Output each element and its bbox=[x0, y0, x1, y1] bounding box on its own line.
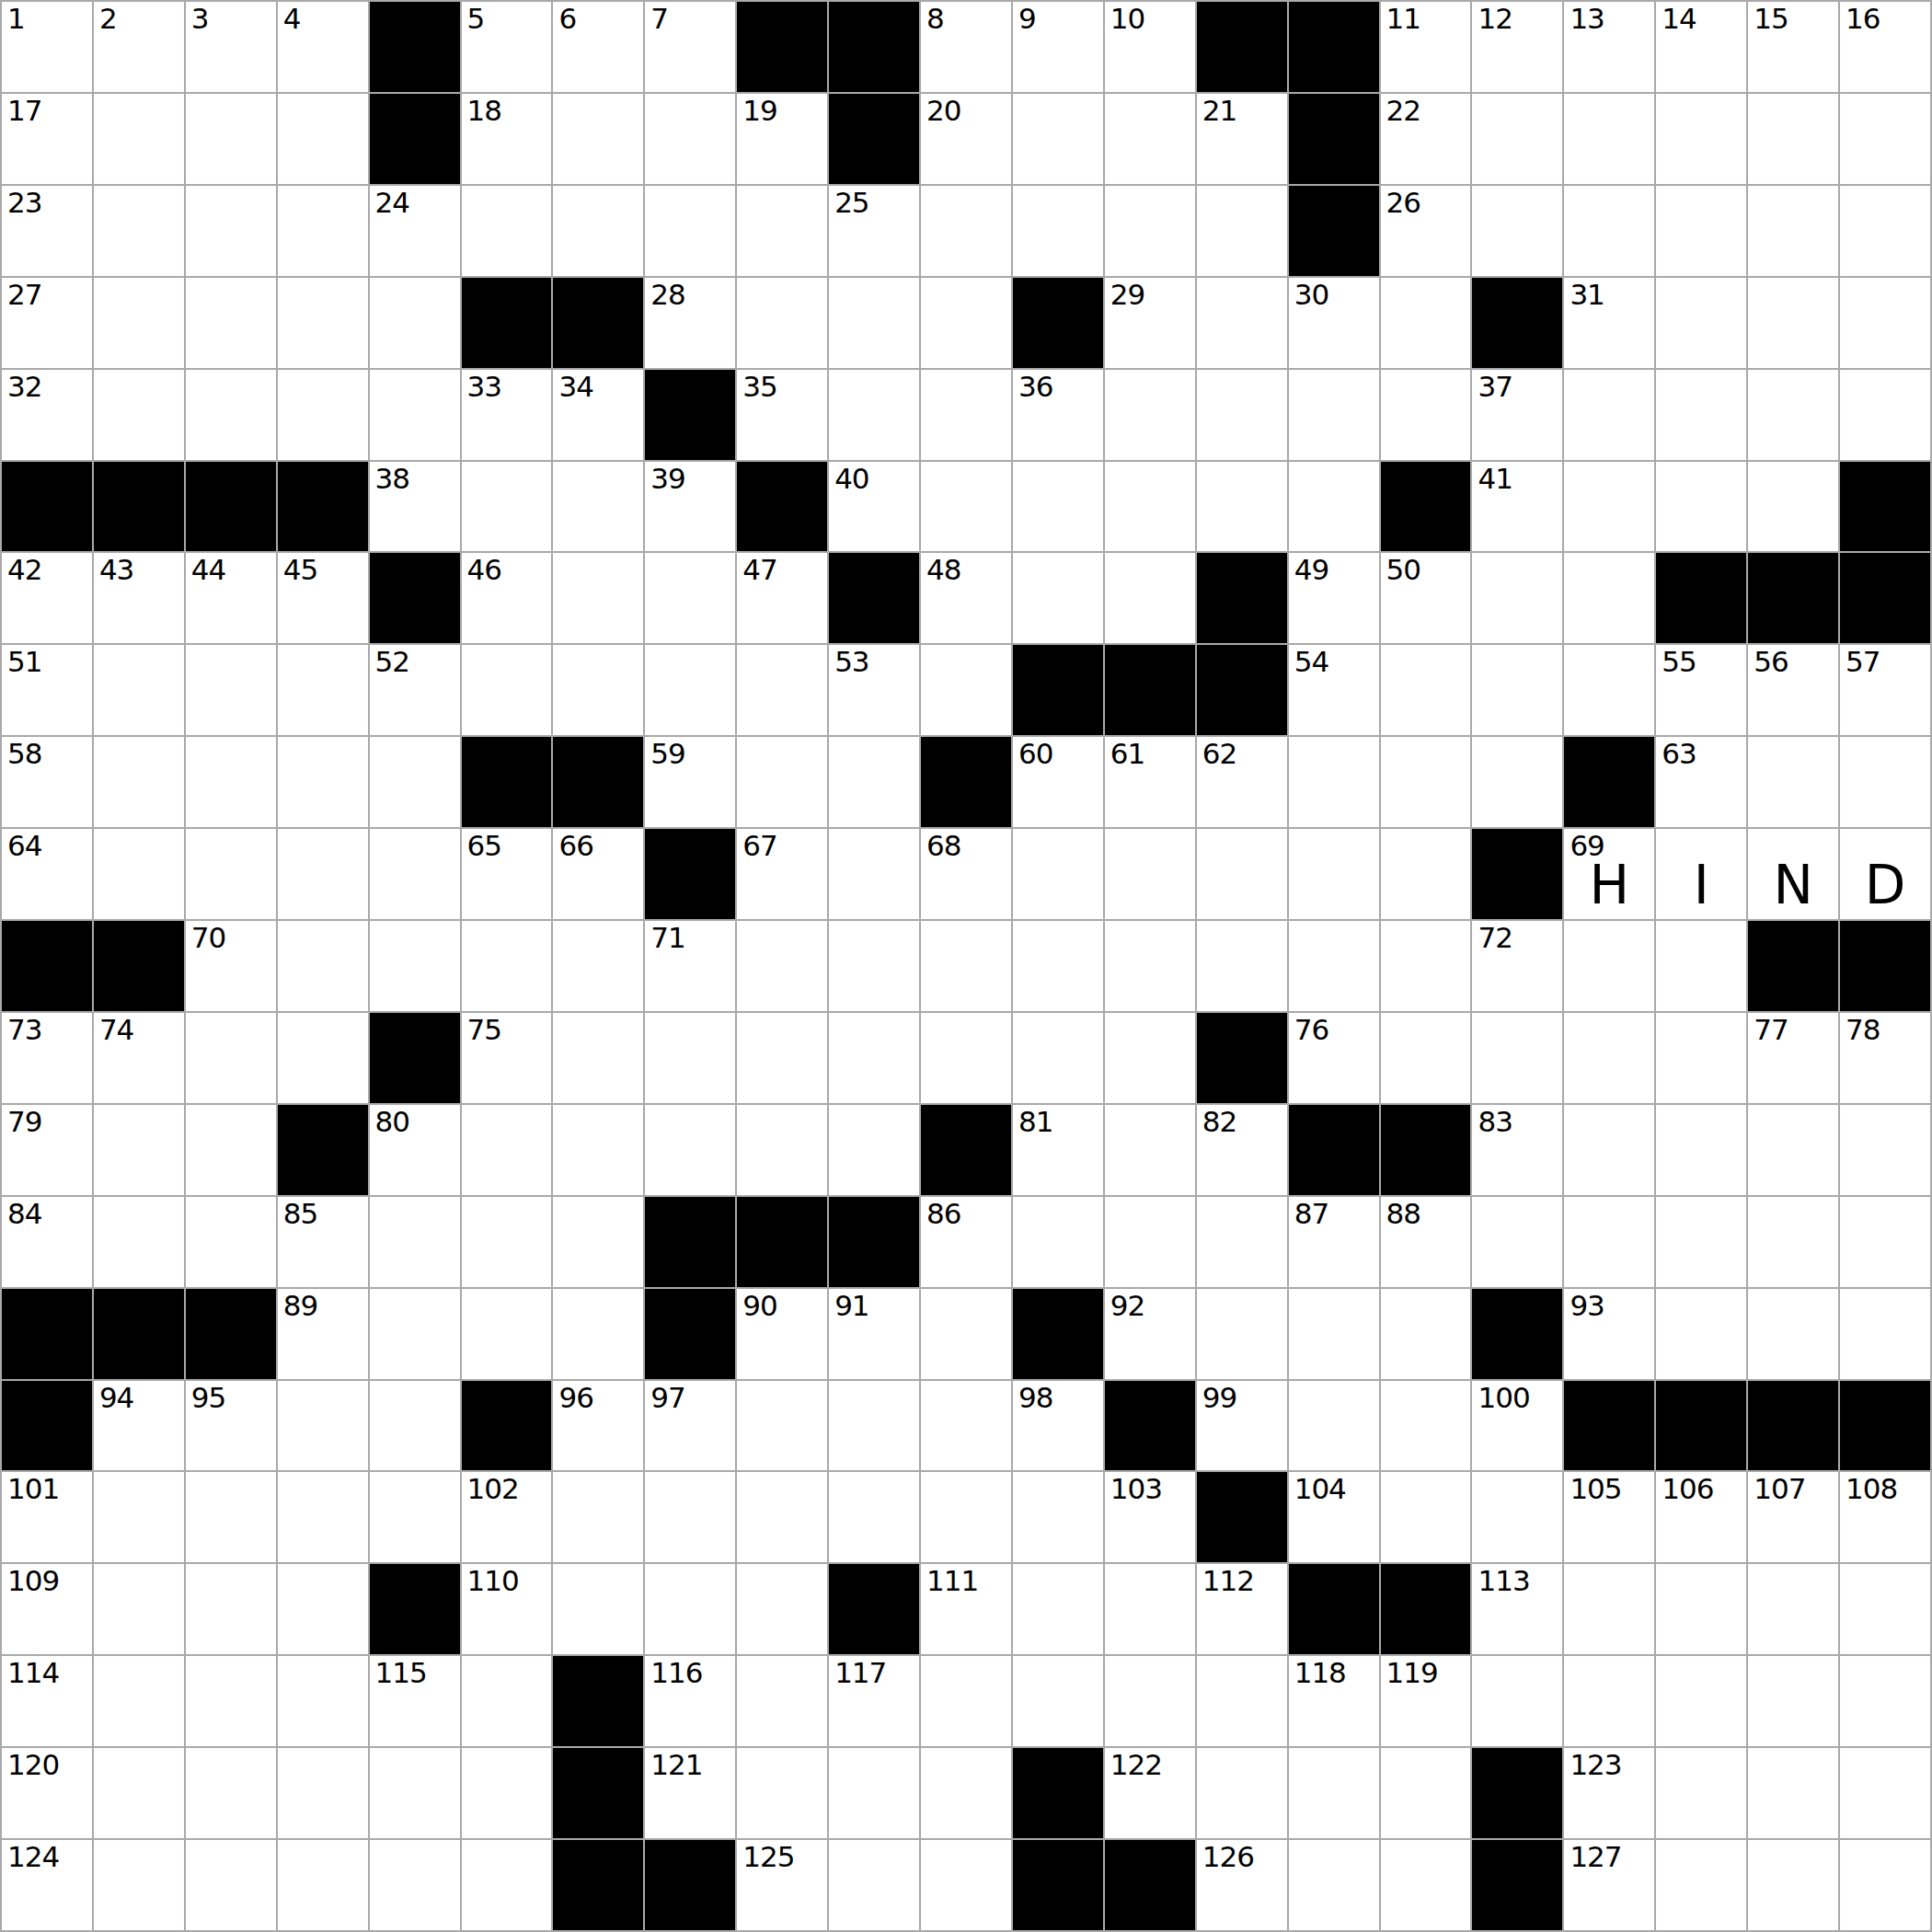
cell-r10c15[interactable] bbox=[1381, 921, 1471, 1011]
cell-r7c4[interactable]: 52 bbox=[370, 645, 460, 735]
cell-r9c14[interactable] bbox=[1289, 829, 1379, 919]
cell-r9c15[interactable] bbox=[1381, 829, 1471, 919]
cell-r12c17[interactable] bbox=[1564, 1105, 1654, 1195]
cell-r11c2[interactable] bbox=[186, 1013, 276, 1103]
cell-r14c12[interactable]: 92 bbox=[1105, 1289, 1195, 1379]
cell-r20c5[interactable] bbox=[462, 1840, 552, 1930]
cell-r8c13[interactable]: 62 bbox=[1197, 737, 1287, 827]
cell-r13c1[interactable] bbox=[94, 1197, 184, 1287]
cell-r14c8[interactable]: 90 bbox=[737, 1289, 827, 1379]
cell-r16c6[interactable] bbox=[553, 1472, 643, 1562]
cell-r5c16[interactable]: 41 bbox=[1472, 462, 1562, 552]
cell-r7c1[interactable] bbox=[94, 645, 184, 735]
cell-r5c14[interactable] bbox=[1289, 462, 1379, 552]
cell-r9c11[interactable] bbox=[1013, 829, 1103, 919]
cell-r2c5[interactable] bbox=[462, 186, 552, 276]
cell-r7c15[interactable] bbox=[1381, 645, 1471, 735]
cell-r15c10[interactable] bbox=[921, 1381, 1011, 1471]
cell-r15c15[interactable] bbox=[1381, 1381, 1471, 1471]
cell-r8c8[interactable] bbox=[737, 737, 827, 827]
cell-r10c12[interactable] bbox=[1105, 921, 1195, 1011]
cell-r3c15[interactable] bbox=[1381, 278, 1471, 368]
cell-r6c17[interactable] bbox=[1564, 553, 1654, 643]
cell-r11c5[interactable]: 75 bbox=[462, 1013, 552, 1103]
cell-r9c20[interactable]: D bbox=[1840, 829, 1930, 919]
cell-r11c6[interactable] bbox=[553, 1013, 643, 1103]
cell-r18c10[interactable] bbox=[921, 1656, 1011, 1746]
cell-r14c15[interactable] bbox=[1381, 1289, 1471, 1379]
cell-r18c18[interactable] bbox=[1656, 1656, 1746, 1746]
cell-r15c14[interactable] bbox=[1289, 1381, 1379, 1471]
cell-r13c17[interactable] bbox=[1564, 1197, 1654, 1287]
cell-r16c1[interactable] bbox=[94, 1472, 184, 1562]
cell-r4c14[interactable] bbox=[1289, 370, 1379, 460]
cell-r6c15[interactable]: 50 bbox=[1381, 553, 1471, 643]
cell-r19c13[interactable] bbox=[1197, 1748, 1287, 1838]
cell-r6c2[interactable]: 44 bbox=[186, 553, 276, 643]
cell-r17c3[interactable] bbox=[278, 1564, 368, 1654]
cell-r14c14[interactable] bbox=[1289, 1289, 1379, 1379]
cell-r17c18[interactable] bbox=[1656, 1564, 1746, 1654]
cell-r5c12[interactable] bbox=[1105, 462, 1195, 552]
cell-r0c5[interactable]: 5 bbox=[462, 2, 552, 92]
cell-r5c4[interactable]: 38 bbox=[370, 462, 460, 552]
cell-r19c3[interactable] bbox=[278, 1748, 368, 1838]
cell-r12c11[interactable]: 81 bbox=[1013, 1105, 1103, 1195]
cell-r20c15[interactable] bbox=[1381, 1840, 1471, 1930]
cell-r10c4[interactable] bbox=[370, 921, 460, 1011]
cell-r15c13[interactable]: 99 bbox=[1197, 1381, 1287, 1471]
cell-r7c10[interactable] bbox=[921, 645, 1011, 735]
cell-r13c19[interactable] bbox=[1748, 1197, 1838, 1287]
cell-r18c9[interactable]: 117 bbox=[829, 1656, 919, 1746]
cell-r2c3[interactable] bbox=[278, 186, 368, 276]
cell-r0c12[interactable]: 10 bbox=[1105, 2, 1195, 92]
cell-r12c0[interactable]: 79 bbox=[2, 1105, 92, 1195]
cell-r18c8[interactable] bbox=[737, 1656, 827, 1746]
cell-r20c10[interactable] bbox=[921, 1840, 1011, 1930]
cell-r8c0[interactable]: 58 bbox=[2, 737, 92, 827]
cell-r1c10[interactable]: 20 bbox=[921, 94, 1011, 184]
cell-r20c4[interactable] bbox=[370, 1840, 460, 1930]
cell-r17c1[interactable] bbox=[94, 1564, 184, 1654]
cell-r2c19[interactable] bbox=[1748, 186, 1838, 276]
cell-r20c0[interactable]: 124 bbox=[2, 1840, 92, 1930]
cell-r16c19[interactable]: 107 bbox=[1748, 1472, 1838, 1562]
cell-r16c0[interactable]: 101 bbox=[2, 1472, 92, 1562]
cell-r4c10[interactable] bbox=[921, 370, 1011, 460]
cell-r0c17[interactable]: 13 bbox=[1564, 2, 1654, 92]
cell-r4c5[interactable]: 33 bbox=[462, 370, 552, 460]
cell-r4c19[interactable] bbox=[1748, 370, 1838, 460]
cell-r11c16[interactable] bbox=[1472, 1013, 1562, 1103]
cell-r20c18[interactable] bbox=[1656, 1840, 1746, 1930]
cell-r3c0[interactable]: 27 bbox=[2, 278, 92, 368]
cell-r6c0[interactable]: 42 bbox=[2, 553, 92, 643]
cell-r1c16[interactable] bbox=[1472, 94, 1562, 184]
cell-r1c13[interactable]: 21 bbox=[1197, 94, 1287, 184]
cell-r7c18[interactable]: 55 bbox=[1656, 645, 1746, 735]
cell-r18c15[interactable]: 119 bbox=[1381, 1656, 1471, 1746]
cell-r13c5[interactable] bbox=[462, 1197, 552, 1287]
cell-r12c4[interactable]: 80 bbox=[370, 1105, 460, 1195]
cell-r17c8[interactable] bbox=[737, 1564, 827, 1654]
cell-r5c7[interactable]: 39 bbox=[645, 462, 735, 552]
cell-r9c2[interactable] bbox=[186, 829, 276, 919]
cell-r4c12[interactable] bbox=[1105, 370, 1195, 460]
cell-r10c11[interactable] bbox=[1013, 921, 1103, 1011]
cell-r0c1[interactable]: 2 bbox=[94, 2, 184, 92]
cell-r16c4[interactable] bbox=[370, 1472, 460, 1562]
cell-r4c9[interactable] bbox=[829, 370, 919, 460]
cell-r11c11[interactable] bbox=[1013, 1013, 1103, 1103]
cell-r4c6[interactable]: 34 bbox=[553, 370, 643, 460]
cell-r19c0[interactable]: 120 bbox=[2, 1748, 92, 1838]
cell-r10c8[interactable] bbox=[737, 921, 827, 1011]
cell-r13c18[interactable] bbox=[1656, 1197, 1746, 1287]
cell-r16c11[interactable] bbox=[1013, 1472, 1103, 1562]
cell-r2c17[interactable] bbox=[1564, 186, 1654, 276]
cell-r13c2[interactable] bbox=[186, 1197, 276, 1287]
cell-r20c9[interactable] bbox=[829, 1840, 919, 1930]
cell-r3c19[interactable] bbox=[1748, 278, 1838, 368]
cell-r19c20[interactable] bbox=[1840, 1748, 1930, 1838]
cell-r0c10[interactable]: 8 bbox=[921, 2, 1011, 92]
cell-r19c9[interactable] bbox=[829, 1748, 919, 1838]
cell-r16c7[interactable] bbox=[645, 1472, 735, 1562]
cell-r2c6[interactable] bbox=[553, 186, 643, 276]
cell-r4c17[interactable] bbox=[1564, 370, 1654, 460]
cell-r18c17[interactable] bbox=[1564, 1656, 1654, 1746]
cell-r2c4[interactable]: 24 bbox=[370, 186, 460, 276]
cell-r20c17[interactable]: 127 bbox=[1564, 1840, 1654, 1930]
cell-r1c2[interactable] bbox=[186, 94, 276, 184]
cell-r16c20[interactable]: 108 bbox=[1840, 1472, 1930, 1562]
cell-r9c13[interactable] bbox=[1197, 829, 1287, 919]
cell-r19c17[interactable]: 123 bbox=[1564, 1748, 1654, 1838]
cell-r11c12[interactable] bbox=[1105, 1013, 1195, 1103]
cell-r2c20[interactable] bbox=[1840, 186, 1930, 276]
cell-r8c11[interactable]: 60 bbox=[1013, 737, 1103, 827]
cell-r13c6[interactable] bbox=[553, 1197, 643, 1287]
cell-r12c1[interactable] bbox=[94, 1105, 184, 1195]
cell-r6c3[interactable]: 45 bbox=[278, 553, 368, 643]
cell-r5c13[interactable] bbox=[1197, 462, 1287, 552]
cell-r2c10[interactable] bbox=[921, 186, 1011, 276]
cell-r19c10[interactable] bbox=[921, 1748, 1011, 1838]
cell-r0c2[interactable]: 3 bbox=[186, 2, 276, 92]
cell-r20c2[interactable] bbox=[186, 1840, 276, 1930]
cell-r16c14[interactable]: 104 bbox=[1289, 1472, 1379, 1562]
cell-r11c18[interactable] bbox=[1656, 1013, 1746, 1103]
cell-r0c19[interactable]: 15 bbox=[1748, 2, 1838, 92]
cell-r16c18[interactable]: 106 bbox=[1656, 1472, 1746, 1562]
cell-r1c18[interactable] bbox=[1656, 94, 1746, 184]
cell-r20c3[interactable] bbox=[278, 1840, 368, 1930]
cell-r9c0[interactable]: 64 bbox=[2, 829, 92, 919]
cell-r2c16[interactable] bbox=[1472, 186, 1562, 276]
cell-r8c9[interactable] bbox=[829, 737, 919, 827]
cell-r12c19[interactable] bbox=[1748, 1105, 1838, 1195]
cell-r12c20[interactable] bbox=[1840, 1105, 1930, 1195]
cell-r8c14[interactable] bbox=[1289, 737, 1379, 827]
cell-r11c1[interactable]: 74 bbox=[94, 1013, 184, 1103]
cell-r15c3[interactable] bbox=[278, 1381, 368, 1471]
cell-r0c15[interactable]: 11 bbox=[1381, 2, 1471, 92]
cell-r13c4[interactable] bbox=[370, 1197, 460, 1287]
cell-r4c18[interactable] bbox=[1656, 370, 1746, 460]
cell-r0c16[interactable]: 12 bbox=[1472, 2, 1562, 92]
cell-r13c0[interactable]: 84 bbox=[2, 1197, 92, 1287]
cell-r2c12[interactable] bbox=[1105, 186, 1195, 276]
cell-r18c20[interactable] bbox=[1840, 1656, 1930, 1746]
cell-r19c8[interactable] bbox=[737, 1748, 827, 1838]
cell-r2c2[interactable] bbox=[186, 186, 276, 276]
cell-r0c0[interactable]: 1 bbox=[2, 2, 92, 92]
cell-r2c11[interactable] bbox=[1013, 186, 1103, 276]
cell-r11c15[interactable] bbox=[1381, 1013, 1471, 1103]
cell-r20c13[interactable]: 126 bbox=[1197, 1840, 1287, 1930]
cell-r18c11[interactable] bbox=[1013, 1656, 1103, 1746]
cell-r2c1[interactable] bbox=[94, 186, 184, 276]
cell-r8c19[interactable] bbox=[1748, 737, 1838, 827]
cell-r5c18[interactable] bbox=[1656, 462, 1746, 552]
cell-r10c17[interactable] bbox=[1564, 921, 1654, 1011]
cell-r8c4[interactable] bbox=[370, 737, 460, 827]
cell-r15c8[interactable] bbox=[737, 1381, 827, 1471]
cell-r7c16[interactable] bbox=[1472, 645, 1562, 735]
cell-r1c19[interactable] bbox=[1748, 94, 1838, 184]
cell-r10c3[interactable] bbox=[278, 921, 368, 1011]
cell-r3c18[interactable] bbox=[1656, 278, 1746, 368]
cell-r12c6[interactable] bbox=[553, 1105, 643, 1195]
cell-r3c10[interactable] bbox=[921, 278, 1011, 368]
cell-r3c7[interactable]: 28 bbox=[645, 278, 735, 368]
cell-r9c9[interactable] bbox=[829, 829, 919, 919]
cell-r10c10[interactable] bbox=[921, 921, 1011, 1011]
cell-r15c4[interactable] bbox=[370, 1381, 460, 1471]
cell-r18c4[interactable]: 115 bbox=[370, 1656, 460, 1746]
cell-r4c2[interactable] bbox=[186, 370, 276, 460]
cell-r10c18[interactable] bbox=[1656, 921, 1746, 1011]
cell-r9c5[interactable]: 65 bbox=[462, 829, 552, 919]
cell-r16c16[interactable] bbox=[1472, 1472, 1562, 1562]
cell-r14c6[interactable] bbox=[553, 1289, 643, 1379]
cell-r11c14[interactable]: 76 bbox=[1289, 1013, 1379, 1103]
cell-r2c8[interactable] bbox=[737, 186, 827, 276]
cell-r7c2[interactable] bbox=[186, 645, 276, 735]
cell-r6c1[interactable]: 43 bbox=[94, 553, 184, 643]
cell-r9c17[interactable]: 69H bbox=[1564, 829, 1654, 919]
cell-r20c19[interactable] bbox=[1748, 1840, 1838, 1930]
cell-r3c3[interactable] bbox=[278, 278, 368, 368]
cell-r3c4[interactable] bbox=[370, 278, 460, 368]
cell-r13c12[interactable] bbox=[1105, 1197, 1195, 1287]
cell-r18c1[interactable] bbox=[94, 1656, 184, 1746]
cell-r12c9[interactable] bbox=[829, 1105, 919, 1195]
cell-r18c7[interactable]: 116 bbox=[645, 1656, 735, 1746]
cell-r17c5[interactable]: 110 bbox=[462, 1564, 552, 1654]
cell-r7c0[interactable]: 51 bbox=[2, 645, 92, 735]
cell-r17c16[interactable]: 113 bbox=[1472, 1564, 1562, 1654]
cell-r15c16[interactable]: 100 bbox=[1472, 1381, 1562, 1471]
cell-r17c11[interactable] bbox=[1013, 1564, 1103, 1654]
cell-r11c7[interactable] bbox=[645, 1013, 735, 1103]
cell-r6c8[interactable]: 47 bbox=[737, 553, 827, 643]
cell-r14c17[interactable]: 93 bbox=[1564, 1289, 1654, 1379]
cell-r11c20[interactable]: 78 bbox=[1840, 1013, 1930, 1103]
cell-r3c12[interactable]: 29 bbox=[1105, 278, 1195, 368]
cell-r9c12[interactable] bbox=[1105, 829, 1195, 919]
cell-r7c8[interactable] bbox=[737, 645, 827, 735]
cell-r18c12[interactable] bbox=[1105, 1656, 1195, 1746]
cell-r18c2[interactable] bbox=[186, 1656, 276, 1746]
cell-r13c20[interactable] bbox=[1840, 1197, 1930, 1287]
cell-r14c9[interactable]: 91 bbox=[829, 1289, 919, 1379]
cell-r14c19[interactable] bbox=[1748, 1289, 1838, 1379]
cell-r12c13[interactable]: 82 bbox=[1197, 1105, 1287, 1195]
cell-r9c4[interactable] bbox=[370, 829, 460, 919]
cell-r14c20[interactable] bbox=[1840, 1289, 1930, 1379]
cell-r15c7[interactable]: 97 bbox=[645, 1381, 735, 1471]
cell-r5c19[interactable] bbox=[1748, 462, 1838, 552]
cell-r10c9[interactable] bbox=[829, 921, 919, 1011]
cell-r1c6[interactable] bbox=[553, 94, 643, 184]
cell-r7c17[interactable] bbox=[1564, 645, 1654, 735]
cell-r19c12[interactable]: 122 bbox=[1105, 1748, 1195, 1838]
cell-r1c1[interactable] bbox=[94, 94, 184, 184]
cell-r13c16[interactable] bbox=[1472, 1197, 1562, 1287]
cell-r7c14[interactable]: 54 bbox=[1289, 645, 1379, 735]
cell-r11c17[interactable] bbox=[1564, 1013, 1654, 1103]
cell-r16c5[interactable]: 102 bbox=[462, 1472, 552, 1562]
cell-r20c1[interactable] bbox=[94, 1840, 184, 1930]
cell-r16c3[interactable] bbox=[278, 1472, 368, 1562]
cell-r18c19[interactable] bbox=[1748, 1656, 1838, 1746]
cell-r13c10[interactable]: 86 bbox=[921, 1197, 1011, 1287]
cell-r10c16[interactable]: 72 bbox=[1472, 921, 1562, 1011]
cell-r12c5[interactable] bbox=[462, 1105, 552, 1195]
cell-r16c9[interactable] bbox=[829, 1472, 919, 1562]
cell-r10c14[interactable] bbox=[1289, 921, 1379, 1011]
cell-r8c1[interactable] bbox=[94, 737, 184, 827]
cell-r2c13[interactable] bbox=[1197, 186, 1287, 276]
cell-r3c17[interactable]: 31 bbox=[1564, 278, 1654, 368]
cell-r3c2[interactable] bbox=[186, 278, 276, 368]
cell-r0c3[interactable]: 4 bbox=[278, 2, 368, 92]
cell-r7c5[interactable] bbox=[462, 645, 552, 735]
cell-r18c13[interactable] bbox=[1197, 1656, 1287, 1746]
cell-r6c16[interactable] bbox=[1472, 553, 1562, 643]
cell-r7c6[interactable] bbox=[553, 645, 643, 735]
cell-r12c8[interactable] bbox=[737, 1105, 827, 1195]
cell-r1c11[interactable] bbox=[1013, 94, 1103, 184]
cell-r6c14[interactable]: 49 bbox=[1289, 553, 1379, 643]
cell-r19c19[interactable] bbox=[1748, 1748, 1838, 1838]
cell-r16c17[interactable]: 105 bbox=[1564, 1472, 1654, 1562]
cell-r17c17[interactable] bbox=[1564, 1564, 1654, 1654]
cell-r9c8[interactable]: 67 bbox=[737, 829, 827, 919]
cell-r1c12[interactable] bbox=[1105, 94, 1195, 184]
cell-r18c0[interactable]: 114 bbox=[2, 1656, 92, 1746]
cell-r8c18[interactable]: 63 bbox=[1656, 737, 1746, 827]
cell-r10c6[interactable] bbox=[553, 921, 643, 1011]
cell-r12c16[interactable]: 83 bbox=[1472, 1105, 1562, 1195]
cell-r13c13[interactable] bbox=[1197, 1197, 1287, 1287]
cell-r17c19[interactable] bbox=[1748, 1564, 1838, 1654]
cell-r7c19[interactable]: 56 bbox=[1748, 645, 1838, 735]
cell-r15c2[interactable]: 95 bbox=[186, 1381, 276, 1471]
cell-r4c13[interactable] bbox=[1197, 370, 1287, 460]
cell-r19c15[interactable] bbox=[1381, 1748, 1471, 1838]
cell-r9c10[interactable]: 68 bbox=[921, 829, 1011, 919]
cell-r7c3[interactable] bbox=[278, 645, 368, 735]
cell-r3c13[interactable] bbox=[1197, 278, 1287, 368]
cell-r19c14[interactable] bbox=[1289, 1748, 1379, 1838]
cell-r2c0[interactable]: 23 bbox=[2, 186, 92, 276]
cell-r11c19[interactable]: 77 bbox=[1748, 1013, 1838, 1103]
cell-r9c3[interactable] bbox=[278, 829, 368, 919]
cell-r15c6[interactable]: 96 bbox=[553, 1381, 643, 1471]
cell-r9c19[interactable]: N bbox=[1748, 829, 1838, 919]
cell-r11c8[interactable] bbox=[737, 1013, 827, 1103]
cell-r10c7[interactable]: 71 bbox=[645, 921, 735, 1011]
cell-r14c5[interactable] bbox=[462, 1289, 552, 1379]
cell-r12c7[interactable] bbox=[645, 1105, 735, 1195]
cell-r4c3[interactable] bbox=[278, 370, 368, 460]
cell-r4c8[interactable]: 35 bbox=[737, 370, 827, 460]
cell-r8c7[interactable]: 59 bbox=[645, 737, 735, 827]
cell-r20c8[interactable]: 125 bbox=[737, 1840, 827, 1930]
cell-r5c17[interactable] bbox=[1564, 462, 1654, 552]
cell-r17c12[interactable] bbox=[1105, 1564, 1195, 1654]
cell-r13c14[interactable]: 87 bbox=[1289, 1197, 1379, 1287]
cell-r1c20[interactable] bbox=[1840, 94, 1930, 184]
cell-r20c20[interactable] bbox=[1840, 1840, 1930, 1930]
cell-r1c5[interactable]: 18 bbox=[462, 94, 552, 184]
cell-r6c6[interactable] bbox=[553, 553, 643, 643]
cell-r17c7[interactable] bbox=[645, 1564, 735, 1654]
cell-r16c2[interactable] bbox=[186, 1472, 276, 1562]
cell-r5c9[interactable]: 40 bbox=[829, 462, 919, 552]
cell-r13c11[interactable] bbox=[1013, 1197, 1103, 1287]
cell-r7c20[interactable]: 57 bbox=[1840, 645, 1930, 735]
cell-r8c16[interactable] bbox=[1472, 737, 1562, 827]
cell-r0c7[interactable]: 7 bbox=[645, 2, 735, 92]
cell-r4c0[interactable]: 32 bbox=[2, 370, 92, 460]
cell-r3c8[interactable] bbox=[737, 278, 827, 368]
cell-r8c15[interactable] bbox=[1381, 737, 1471, 827]
cell-r15c11[interactable]: 98 bbox=[1013, 1381, 1103, 1471]
cell-r3c14[interactable]: 30 bbox=[1289, 278, 1379, 368]
cell-r16c15[interactable] bbox=[1381, 1472, 1471, 1562]
cell-r10c13[interactable] bbox=[1197, 921, 1287, 1011]
cell-r14c18[interactable] bbox=[1656, 1289, 1746, 1379]
cell-r16c10[interactable] bbox=[921, 1472, 1011, 1562]
cell-r15c9[interactable] bbox=[829, 1381, 919, 1471]
cell-r13c15[interactable]: 88 bbox=[1381, 1197, 1471, 1287]
cell-r9c1[interactable] bbox=[94, 829, 184, 919]
cell-r3c1[interactable] bbox=[94, 278, 184, 368]
cell-r6c7[interactable] bbox=[645, 553, 735, 643]
cell-r11c3[interactable] bbox=[278, 1013, 368, 1103]
cell-r19c18[interactable] bbox=[1656, 1748, 1746, 1838]
cell-r1c7[interactable] bbox=[645, 94, 735, 184]
cell-r5c5[interactable] bbox=[462, 462, 552, 552]
cell-r19c4[interactable] bbox=[370, 1748, 460, 1838]
cell-r10c2[interactable]: 70 bbox=[186, 921, 276, 1011]
cell-r1c15[interactable]: 22 bbox=[1381, 94, 1471, 184]
